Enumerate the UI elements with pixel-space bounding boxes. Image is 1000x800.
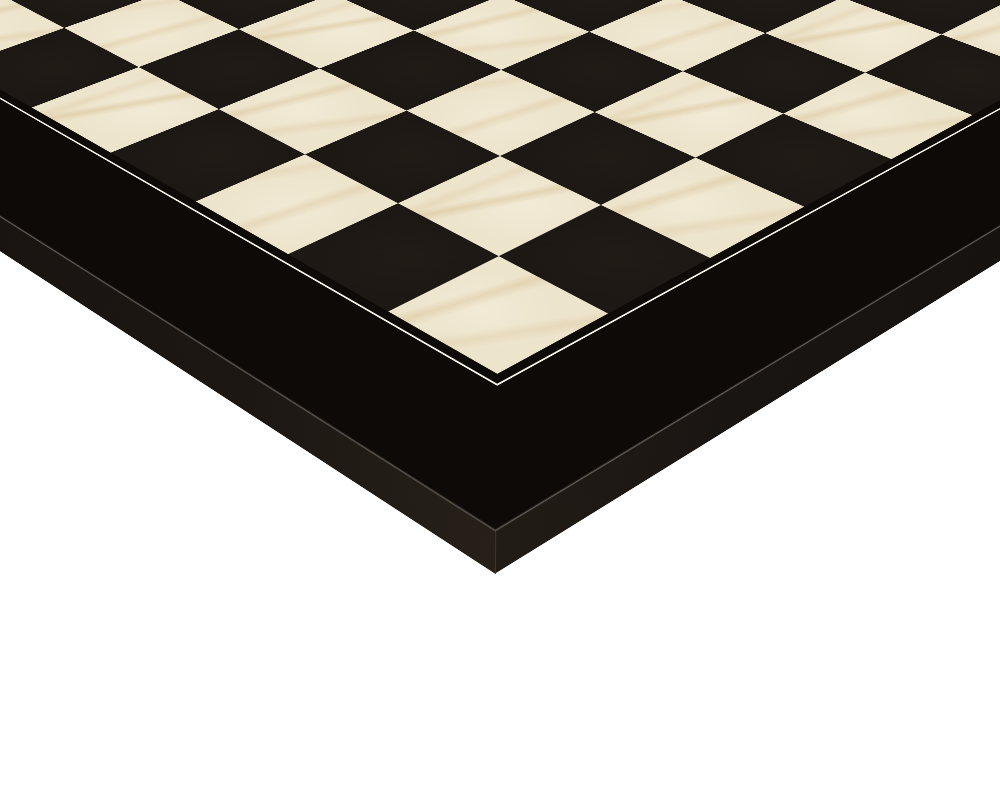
board-photo-scene bbox=[0, 0, 1000, 800]
chess-board bbox=[0, 0, 1000, 530]
product-photo-canvas bbox=[0, 0, 1000, 800]
